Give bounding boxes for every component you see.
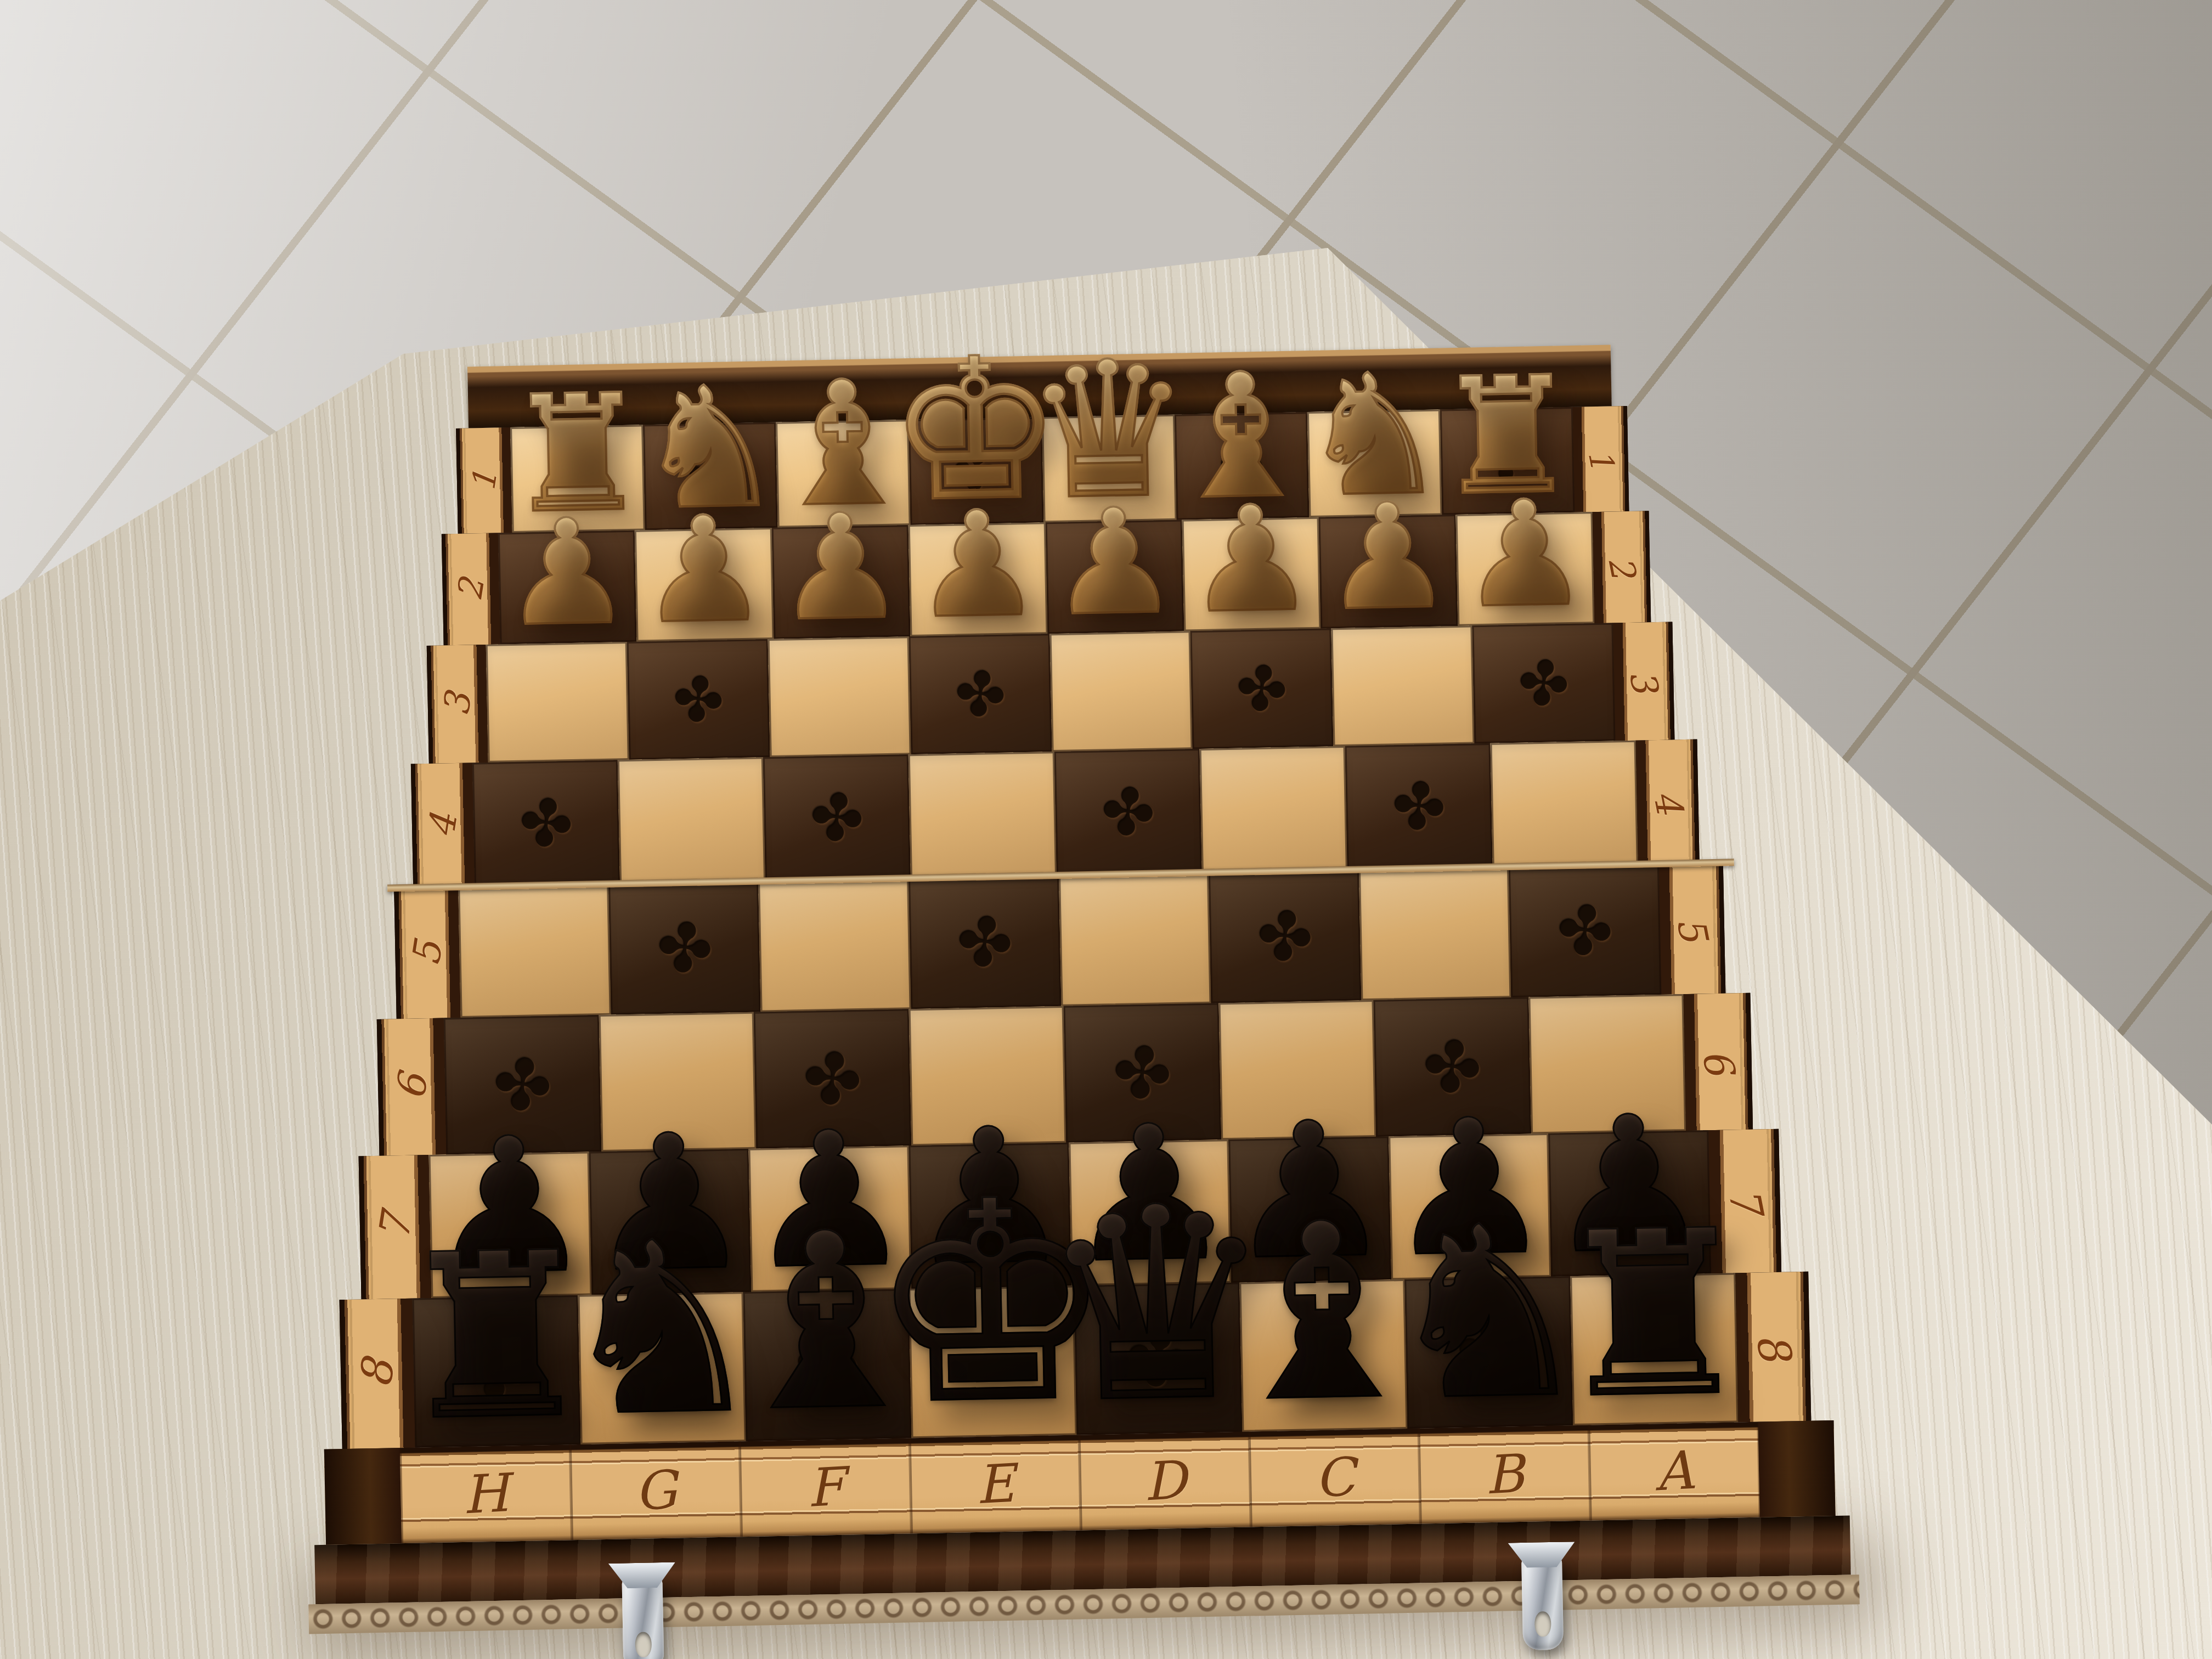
file-label-cell-g: G (569, 1441, 741, 1540)
square-f4[interactable] (763, 754, 911, 881)
rank-label-cell-left-4: 4 (411, 763, 475, 888)
piece-white-pawn-a2[interactable]: ♟ (1459, 484, 1591, 624)
rank-label-left-8: 8 (353, 1357, 401, 1391)
metal-latch-right (1521, 1558, 1564, 1650)
piece-white-pawn-b2[interactable]: ♟ (1322, 487, 1454, 627)
square-b2[interactable]: ♟ (1319, 515, 1458, 629)
square-h2[interactable]: ♟ (498, 531, 637, 645)
rank-label-left-5: 5 (407, 938, 448, 968)
letters-corner-right (1758, 1420, 1835, 1517)
square-b5[interactable] (1359, 867, 1511, 1000)
square-e2[interactable]: ♟ (909, 522, 1047, 636)
square-c2[interactable]: ♟ (1182, 517, 1321, 631)
square-h5[interactable] (458, 885, 611, 1018)
square-a8[interactable]: ♜ (1570, 1273, 1739, 1425)
file-label-cell-d: D (1079, 1432, 1251, 1531)
square-g2[interactable]: ♟ (635, 528, 774, 642)
rank-label-left-6: 6 (390, 1071, 433, 1103)
square-d3[interactable] (1049, 631, 1193, 752)
piece-black-rook-a8[interactable]: ♜ (1550, 1205, 1757, 1424)
file-label-cell-e: E (909, 1435, 1081, 1533)
square-e3[interactable] (909, 634, 1052, 754)
piece-white-pawn-f2[interactable]: ♟ (775, 498, 907, 637)
square-e4[interactable] (909, 752, 1056, 878)
rank-label-right-6: 6 (1696, 1046, 1740, 1079)
file-label-cell-a: A (1588, 1422, 1760, 1521)
square-f2[interactable]: ♟ (771, 525, 910, 639)
square-d2[interactable]: ♟ (1045, 520, 1184, 634)
square-c3[interactable] (1190, 628, 1334, 749)
square-c4[interactable] (1199, 746, 1347, 873)
letters-corner-left (324, 1448, 402, 1545)
file-label-cell-b: B (1418, 1425, 1590, 1524)
square-e5[interactable] (909, 876, 1061, 1009)
rank-row-8: 8♜♞♝♚♛♝♞♜8 (340, 1272, 1812, 1449)
rank-label-cell-right-5: 5 (1659, 864, 1726, 995)
square-a4[interactable] (1490, 741, 1638, 867)
square-d5[interactable] (1059, 873, 1211, 1006)
rank-label-cell-left-5: 5 (394, 888, 461, 1019)
square-h3[interactable] (486, 642, 629, 763)
rank-label-cell-left-2: 2 (442, 533, 500, 645)
file-label-d: D (1142, 1453, 1187, 1508)
square-c5[interactable] (1209, 870, 1361, 1003)
square-g5[interactable] (608, 882, 761, 1014)
file-label-cell-c: C (1249, 1429, 1420, 1527)
file-label-b: B (1484, 1447, 1526, 1502)
square-a2[interactable]: ♟ (1455, 512, 1594, 626)
rank-label-cell-right-4: 4 (1635, 740, 1699, 865)
rank-label-left-2: 2 (453, 576, 489, 603)
square-d4[interactable] (1054, 749, 1201, 876)
square-g4[interactable] (618, 757, 765, 884)
square-f5[interactable] (758, 879, 911, 1012)
rank-label-right-4: 4 (1647, 787, 1688, 817)
square-b8[interactable]: ♞ (1404, 1276, 1573, 1429)
rank-label-right-2: 2 (1603, 553, 1640, 581)
metal-latch-left (622, 1578, 664, 1659)
file-label-cell-h: H (400, 1444, 572, 1543)
file-label-c: C (1313, 1451, 1357, 1505)
piece-white-pawn-c2[interactable]: ♟ (1185, 490, 1317, 630)
rank-label-right-5: 5 (1671, 913, 1713, 945)
square-a3[interactable] (1472, 623, 1616, 743)
rank-label-left-3: 3 (438, 690, 477, 718)
rank-label-cell-left-3: 3 (427, 645, 488, 764)
rank-label-left-4: 4 (423, 811, 463, 839)
piece-white-pawn-d2[interactable]: ♟ (1048, 493, 1181, 633)
rank-label-left-1: 1 (466, 468, 501, 493)
file-label-cell-f: F (740, 1438, 911, 1537)
rank-label-right-3: 3 (1624, 667, 1664, 696)
file-label-f: F (806, 1460, 845, 1515)
square-h4[interactable] (472, 760, 620, 887)
rank-label-cell-right-2: 2 (1592, 511, 1651, 623)
piece-white-pawn-e2[interactable]: ♟ (911, 495, 1043, 635)
piece-white-pawn-h2[interactable]: ♟ (501, 503, 633, 643)
file-label-e: E (974, 1457, 1015, 1512)
rank-label-right-8: 8 (1749, 1329, 1797, 1364)
rank-label-cell-right-3: 3 (1613, 622, 1674, 741)
piece-white-pawn-g2[interactable]: ♟ (638, 500, 770, 640)
square-a5[interactable] (1509, 865, 1661, 997)
rank-label-right-1: 1 (1583, 446, 1619, 472)
square-f3[interactable] (768, 636, 911, 757)
file-label-g: G (633, 1463, 678, 1518)
square-b4[interactable] (1345, 743, 1492, 870)
file-label-h: H (461, 1466, 510, 1521)
square-g3[interactable] (627, 639, 770, 760)
rank-row-3: 33 (427, 622, 1675, 764)
file-label-a: A (1654, 1444, 1695, 1499)
square-b3[interactable] (1331, 625, 1475, 746)
chess-board: 1♜♞♝♚♛♝♞♜12♟♟♟♟♟♟♟♟2334455667♟♟♟♟♟♟♟♟78♜… (251, 336, 1866, 1644)
